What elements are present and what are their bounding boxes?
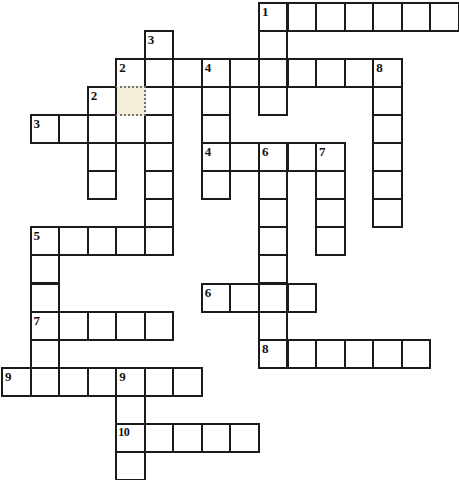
cell-r3c5[interactable] bbox=[144, 86, 175, 116]
cell-r5c9[interactable]: 6 bbox=[258, 142, 289, 172]
cell-r5c3[interactable] bbox=[87, 142, 118, 172]
cell-r14c4[interactable] bbox=[115, 395, 146, 425]
clue-number-6-r10c7: 6 bbox=[205, 286, 211, 299]
cell-r0c11[interactable] bbox=[315, 2, 346, 32]
cell-r10c7[interactable]: 6 bbox=[201, 283, 232, 313]
cell-r10c10[interactable] bbox=[287, 283, 318, 313]
cell-r5c10[interactable] bbox=[287, 142, 318, 172]
cell-r11c3[interactable] bbox=[87, 311, 118, 341]
cell-r8c3[interactable] bbox=[87, 226, 118, 256]
cell-r3c13[interactable] bbox=[372, 86, 403, 116]
cell-r4c3[interactable] bbox=[87, 114, 118, 144]
clue-number-3-r1c5: 3 bbox=[148, 33, 154, 46]
clue-number-7-r5c11: 7 bbox=[319, 145, 325, 158]
cell-r13c1[interactable] bbox=[30, 367, 61, 397]
cell-r2c9[interactable] bbox=[258, 58, 289, 88]
cell-r10c8[interactable] bbox=[229, 283, 260, 313]
cell-r4c2[interactable] bbox=[58, 114, 89, 144]
cell-r1c5[interactable]: 3 bbox=[144, 30, 175, 60]
cell-r15c7[interactable] bbox=[201, 423, 232, 453]
cell-r13c5[interactable] bbox=[144, 367, 175, 397]
clue-number-4-r2c7: 4 bbox=[205, 61, 211, 74]
cell-r15c8[interactable] bbox=[229, 423, 260, 453]
clue-number-5-r8c1: 5 bbox=[34, 229, 40, 242]
crossword-board: 132482346756789910 bbox=[0, 0, 459, 480]
cell-r13c0[interactable]: 9 bbox=[1, 367, 32, 397]
cell-r4c7[interactable] bbox=[201, 114, 232, 144]
cell-r0c10[interactable] bbox=[287, 2, 318, 32]
cell-r2c4[interactable]: 2 bbox=[115, 58, 146, 88]
clue-number-2-r3c3: 2 bbox=[91, 89, 97, 102]
cell-r12c9[interactable]: 8 bbox=[258, 339, 289, 369]
cell-r12c12[interactable] bbox=[344, 339, 375, 369]
cell-r2c10[interactable] bbox=[287, 58, 318, 88]
clue-number-1-r0c9: 1 bbox=[262, 5, 268, 18]
cell-r11c2[interactable] bbox=[58, 311, 89, 341]
cell-r8c4[interactable] bbox=[115, 226, 146, 256]
cell-r2c12[interactable] bbox=[344, 58, 375, 88]
cell-r0c14[interactable] bbox=[401, 2, 432, 32]
cell-r3c3[interactable]: 2 bbox=[87, 86, 118, 116]
cell-r10c9[interactable] bbox=[258, 283, 289, 313]
cell-r1c9[interactable] bbox=[258, 30, 289, 60]
cell-r6c3[interactable] bbox=[87, 170, 118, 200]
cell-r4c13[interactable] bbox=[372, 114, 403, 144]
cell-r12c10[interactable] bbox=[287, 339, 318, 369]
cell-r0c12[interactable] bbox=[344, 2, 375, 32]
cell-r13c6[interactable] bbox=[172, 367, 203, 397]
cell-r2c11[interactable] bbox=[315, 58, 346, 88]
cell-r4c4[interactable] bbox=[115, 114, 146, 144]
cell-r6c11[interactable] bbox=[315, 170, 346, 200]
cell-r8c1[interactable]: 5 bbox=[30, 226, 61, 256]
clue-number-9-r13c4: 9 bbox=[119, 370, 125, 383]
cell-r16c4[interactable] bbox=[115, 451, 146, 480]
cell-r11c1[interactable]: 7 bbox=[30, 311, 61, 341]
cell-r0c9[interactable]: 1 bbox=[258, 2, 289, 32]
cell-r5c13[interactable] bbox=[372, 142, 403, 172]
cell-r4c5[interactable] bbox=[144, 114, 175, 144]
cell-r8c11[interactable] bbox=[315, 226, 346, 256]
cell-r5c11[interactable]: 7 bbox=[315, 142, 346, 172]
cell-r5c5[interactable] bbox=[144, 142, 175, 172]
cell-r2c7[interactable]: 4 bbox=[201, 58, 232, 88]
cell-r15c5[interactable] bbox=[144, 423, 175, 453]
cell-r15c6[interactable] bbox=[172, 423, 203, 453]
cell-r2c6[interactable] bbox=[172, 58, 203, 88]
clue-number-10-r15c4: 10 bbox=[118, 426, 129, 438]
cell-r7c5[interactable] bbox=[144, 198, 175, 228]
clue-number-6-r5c9: 6 bbox=[262, 145, 268, 158]
clue-number-7-r11c1: 7 bbox=[34, 314, 40, 327]
cell-r9c9[interactable] bbox=[258, 254, 289, 284]
clue-number-2-r2c4: 2 bbox=[119, 61, 125, 74]
cell-r13c4[interactable]: 9 bbox=[115, 367, 146, 397]
crossword-page: 132482346756789910 bbox=[0, 0, 459, 480]
cell-r12c14[interactable] bbox=[401, 339, 432, 369]
shaded-cell-r3c4[interactable] bbox=[115, 86, 146, 116]
clue-number-8-r12c9: 8 bbox=[262, 342, 268, 355]
cell-r9c1[interactable] bbox=[30, 254, 61, 284]
cell-r5c8[interactable] bbox=[229, 142, 260, 172]
cell-r6c7[interactable] bbox=[201, 170, 232, 200]
cell-r12c11[interactable] bbox=[315, 339, 346, 369]
cell-r7c13[interactable] bbox=[372, 198, 403, 228]
cell-r12c1[interactable] bbox=[30, 339, 61, 369]
clue-number-3-r4c1: 3 bbox=[34, 117, 40, 130]
cell-r6c13[interactable] bbox=[372, 170, 403, 200]
cell-r0c15[interactable] bbox=[429, 2, 459, 32]
cell-r3c9[interactable] bbox=[258, 86, 289, 116]
cell-r8c5[interactable] bbox=[144, 226, 175, 256]
cell-r4c1[interactable]: 3 bbox=[30, 114, 61, 144]
cell-r2c13[interactable]: 8 bbox=[372, 58, 403, 88]
cell-r7c9[interactable] bbox=[258, 198, 289, 228]
cell-r10c1[interactable] bbox=[30, 283, 61, 313]
cell-r7c11[interactable] bbox=[315, 198, 346, 228]
cell-r6c9[interactable] bbox=[258, 170, 289, 200]
clue-number-4-r5c7: 4 bbox=[205, 145, 211, 158]
cell-r2c5[interactable] bbox=[144, 58, 175, 88]
clue-number-8-r2c13: 8 bbox=[376, 61, 382, 74]
cell-r0c13[interactable] bbox=[372, 2, 403, 32]
cell-r3c7[interactable] bbox=[201, 86, 232, 116]
cell-r8c9[interactable] bbox=[258, 226, 289, 256]
cell-r6c5[interactable] bbox=[144, 170, 175, 200]
cell-r8c2[interactable] bbox=[58, 226, 89, 256]
cell-r11c4[interactable] bbox=[115, 311, 146, 341]
cell-r11c9[interactable] bbox=[258, 311, 289, 341]
clue-number-9-r13c0: 9 bbox=[5, 370, 11, 383]
cell-r5c7[interactable]: 4 bbox=[201, 142, 232, 172]
cell-r13c3[interactable] bbox=[87, 367, 118, 397]
cell-r13c2[interactable] bbox=[58, 367, 89, 397]
cell-r12c13[interactable] bbox=[372, 339, 403, 369]
cell-r15c4[interactable]: 10 bbox=[115, 423, 146, 453]
cell-r11c5[interactable] bbox=[144, 311, 175, 341]
cell-r2c8[interactable] bbox=[229, 58, 260, 88]
